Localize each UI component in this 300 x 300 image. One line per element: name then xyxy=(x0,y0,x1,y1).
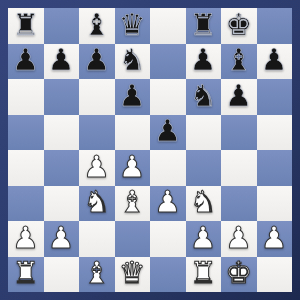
square-f7[interactable]: ♟ xyxy=(186,44,222,80)
square-b7[interactable]: ♟ xyxy=(44,44,80,80)
square-c1[interactable]: ♝ xyxy=(79,257,115,293)
square-f2[interactable]: ♟ xyxy=(186,221,222,257)
square-g5[interactable] xyxy=(221,115,257,151)
piece-black-bishop[interactable]: ♝ xyxy=(225,45,252,75)
piece-white-bishop[interactable]: ♝ xyxy=(119,187,146,217)
square-f4[interactable] xyxy=(186,150,222,186)
square-d3[interactable]: ♝ xyxy=(115,186,151,222)
square-a8[interactable]: ♜ xyxy=(8,8,44,44)
piece-white-knight[interactable]: ♞ xyxy=(190,187,217,217)
piece-black-king[interactable]: ♚ xyxy=(225,10,252,40)
piece-white-bishop[interactable]: ♝ xyxy=(83,258,110,288)
square-e4[interactable] xyxy=(150,150,186,186)
square-d8[interactable]: ♛ xyxy=(115,8,151,44)
square-d7[interactable]: ♞ xyxy=(115,44,151,80)
square-d4[interactable]: ♟ xyxy=(115,150,151,186)
square-c5[interactable] xyxy=(79,115,115,151)
piece-black-pawn[interactable]: ♟ xyxy=(12,45,39,75)
square-f6[interactable]: ♞ xyxy=(186,79,222,115)
square-h8[interactable] xyxy=(257,8,293,44)
square-h6[interactable] xyxy=(257,79,293,115)
square-c8[interactable]: ♝ xyxy=(79,8,115,44)
piece-white-queen[interactable]: ♛ xyxy=(119,258,146,288)
square-f8[interactable]: ♜ xyxy=(186,8,222,44)
square-h2[interactable]: ♟ xyxy=(257,221,293,257)
square-h7[interactable]: ♟ xyxy=(257,44,293,80)
square-b4[interactable] xyxy=(44,150,80,186)
square-b1[interactable] xyxy=(44,257,80,293)
square-e1[interactable] xyxy=(150,257,186,293)
square-h5[interactable] xyxy=(257,115,293,151)
square-b8[interactable] xyxy=(44,8,80,44)
square-e6[interactable] xyxy=(150,79,186,115)
square-f3[interactable]: ♞ xyxy=(186,186,222,222)
piece-black-knight[interactable]: ♞ xyxy=(190,81,217,111)
piece-black-pawn[interactable]: ♟ xyxy=(48,45,75,75)
square-g2[interactable]: ♟ xyxy=(221,221,257,257)
piece-black-pawn[interactable]: ♟ xyxy=(83,45,110,75)
piece-white-pawn[interactable]: ♟ xyxy=(119,152,146,182)
square-a3[interactable] xyxy=(8,186,44,222)
square-g7[interactable]: ♝ xyxy=(221,44,257,80)
square-d1[interactable]: ♛ xyxy=(115,257,151,293)
square-d5[interactable] xyxy=(115,115,151,151)
square-c7[interactable]: ♟ xyxy=(79,44,115,80)
square-a4[interactable] xyxy=(8,150,44,186)
square-h3[interactable] xyxy=(257,186,293,222)
square-e5[interactable]: ♟ xyxy=(150,115,186,151)
piece-black-pawn[interactable]: ♟ xyxy=(225,81,252,111)
piece-white-pawn[interactable]: ♟ xyxy=(12,223,39,253)
square-f1[interactable]: ♜ xyxy=(186,257,222,293)
board-frame: ♜♝♛♜♚♟♟♟♞♟♝♟♟♞♟♟♟♟♞♝♟♞♟♟♟♟♟♜♝♛♜♚ xyxy=(0,0,300,300)
square-g3[interactable] xyxy=(221,186,257,222)
piece-white-pawn[interactable]: ♟ xyxy=(83,152,110,182)
piece-white-pawn[interactable]: ♟ xyxy=(225,223,252,253)
square-c6[interactable] xyxy=(79,79,115,115)
square-g4[interactable] xyxy=(221,150,257,186)
square-b3[interactable] xyxy=(44,186,80,222)
piece-white-rook[interactable]: ♜ xyxy=(190,258,217,288)
piece-white-rook[interactable]: ♜ xyxy=(12,258,39,288)
piece-black-rook[interactable]: ♜ xyxy=(12,10,39,40)
piece-black-rook[interactable]: ♜ xyxy=(190,10,217,40)
square-b6[interactable] xyxy=(44,79,80,115)
square-b5[interactable] xyxy=(44,115,80,151)
square-a2[interactable]: ♟ xyxy=(8,221,44,257)
square-e3[interactable]: ♟ xyxy=(150,186,186,222)
square-e2[interactable] xyxy=(150,221,186,257)
piece-white-pawn[interactable]: ♟ xyxy=(261,223,288,253)
piece-black-pawn[interactable]: ♟ xyxy=(154,116,181,146)
piece-black-pawn[interactable]: ♟ xyxy=(261,45,288,75)
square-a7[interactable]: ♟ xyxy=(8,44,44,80)
piece-black-pawn[interactable]: ♟ xyxy=(190,45,217,75)
square-g6[interactable]: ♟ xyxy=(221,79,257,115)
square-d6[interactable]: ♟ xyxy=(115,79,151,115)
square-c4[interactable]: ♟ xyxy=(79,150,115,186)
piece-white-knight[interactable]: ♞ xyxy=(83,187,110,217)
square-f5[interactable] xyxy=(186,115,222,151)
piece-white-pawn[interactable]: ♟ xyxy=(154,187,181,217)
piece-black-knight[interactable]: ♞ xyxy=(119,45,146,75)
square-h1[interactable] xyxy=(257,257,293,293)
square-c2[interactable] xyxy=(79,221,115,257)
square-e7[interactable] xyxy=(150,44,186,80)
square-h4[interactable] xyxy=(257,150,293,186)
square-a1[interactable]: ♜ xyxy=(8,257,44,293)
piece-black-bishop[interactable]: ♝ xyxy=(83,10,110,40)
chess-board: ♜♝♛♜♚♟♟♟♞♟♝♟♟♞♟♟♟♟♞♝♟♞♟♟♟♟♟♜♝♛♜♚ xyxy=(8,8,292,292)
square-b2[interactable]: ♟ xyxy=(44,221,80,257)
square-e8[interactable] xyxy=(150,8,186,44)
square-g1[interactable]: ♚ xyxy=(221,257,257,293)
square-c3[interactable]: ♞ xyxy=(79,186,115,222)
piece-white-pawn[interactable]: ♟ xyxy=(48,223,75,253)
piece-white-pawn[interactable]: ♟ xyxy=(190,223,217,253)
piece-black-pawn[interactable]: ♟ xyxy=(119,81,146,111)
square-g8[interactable]: ♚ xyxy=(221,8,257,44)
piece-black-queen[interactable]: ♛ xyxy=(119,10,146,40)
piece-white-king[interactable]: ♚ xyxy=(225,258,252,288)
square-d2[interactable] xyxy=(115,221,151,257)
square-a5[interactable] xyxy=(8,115,44,151)
square-a6[interactable] xyxy=(8,79,44,115)
